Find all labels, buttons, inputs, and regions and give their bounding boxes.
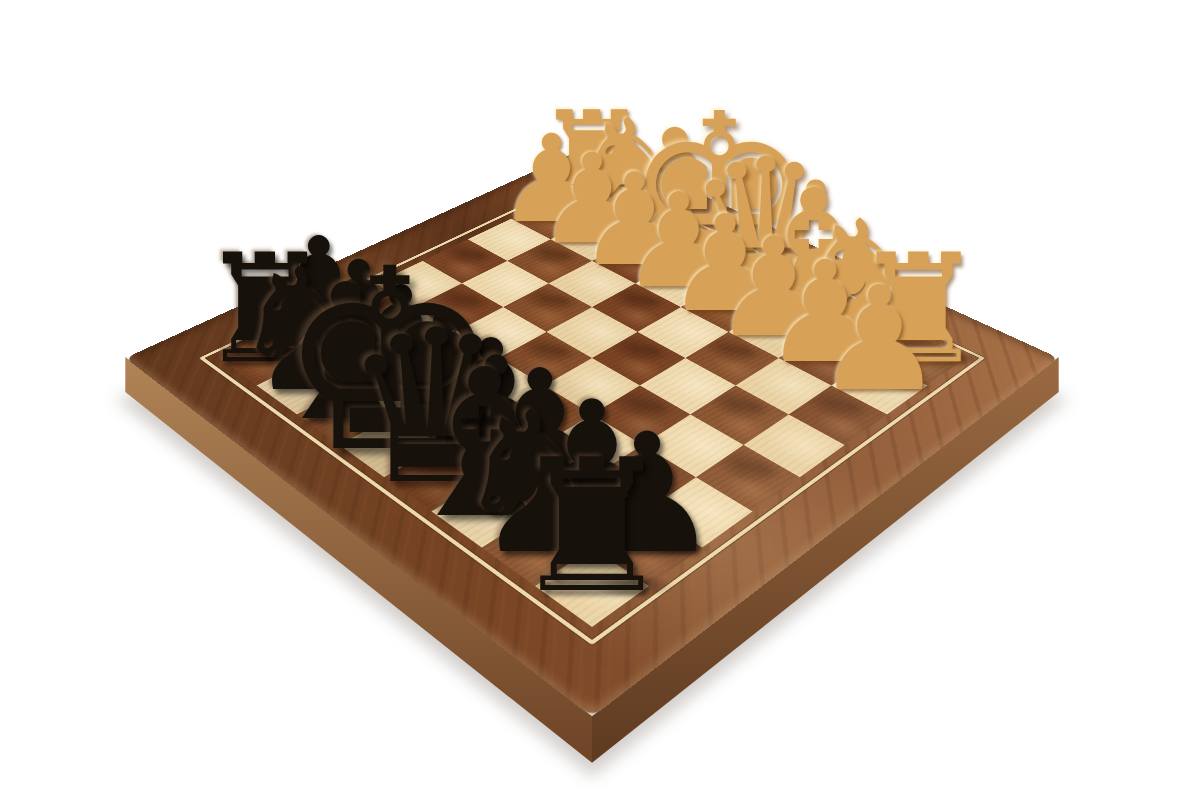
chess-photo-scene: ♜♞♝♛♚♝♞♜♟♟♟♟♟♟♟♟♟♟♟♟♟♟♟♟♜♞♝♛♚♝♞♜ xyxy=(0,0,1200,800)
